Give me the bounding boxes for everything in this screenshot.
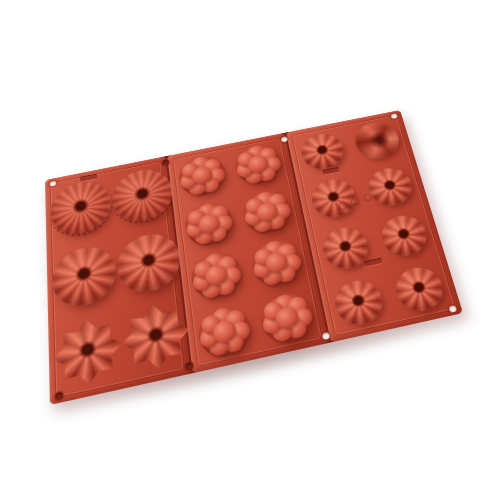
cavity-blossom	[233, 141, 285, 188]
cavity-mini-fluted	[298, 131, 347, 173]
large-bundt-tray	[45, 156, 191, 405]
cavity-blossom	[196, 302, 254, 361]
cavity-blossom	[189, 248, 244, 303]
cavity-blossom	[183, 199, 236, 250]
cavity-chrysanthemum	[111, 165, 175, 227]
cavity-star	[52, 312, 124, 392]
cavity-star	[120, 298, 194, 377]
cavity-fluted	[116, 229, 184, 298]
cavity-chrysanthemum	[50, 177, 113, 240]
cavity-mini-fluted	[331, 276, 387, 329]
cavity-blossom	[258, 289, 317, 347]
cavity-mini-fluted	[391, 263, 448, 315]
eyelet-hole	[322, 332, 331, 340]
cavity-fluted	[52, 242, 118, 312]
cavity-mini-fluted	[364, 164, 416, 209]
product-photo-stage	[0, 0, 500, 500]
large-bundt-tray-grid	[49, 160, 186, 400]
cavity-twist-rose	[351, 119, 403, 163]
eyelet-hole	[281, 136, 288, 142]
cavity-blossom	[240, 187, 294, 237]
cavity-blossom	[249, 236, 305, 290]
cavity-mini-fluted	[377, 212, 431, 260]
cavity-blossom	[177, 152, 228, 199]
